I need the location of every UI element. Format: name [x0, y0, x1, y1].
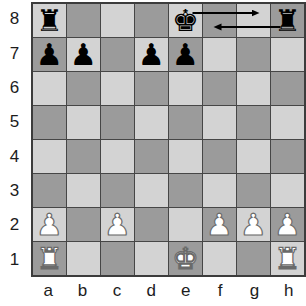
square-h6[interactable]	[271, 72, 304, 105]
square-e1[interactable]: ♚	[169, 242, 202, 275]
piece-white-rook[interactable]: ♜	[36, 242, 63, 275]
file-label-c: c	[100, 277, 134, 305]
square-d4[interactable]	[135, 140, 168, 173]
piece-white-pawn[interactable]: ♟	[274, 208, 301, 241]
square-h2[interactable]: ♟	[271, 208, 304, 241]
square-d1[interactable]	[135, 242, 168, 275]
piece-black-pawn[interactable]: ♟	[36, 38, 63, 71]
file-labels: abcdefgh	[31, 277, 306, 305]
square-b2[interactable]	[67, 208, 100, 241]
file-label-g: g	[237, 277, 271, 305]
piece-white-pawn[interactable]: ♟	[240, 208, 267, 241]
square-a5[interactable]	[33, 106, 66, 139]
square-a4[interactable]	[33, 140, 66, 173]
rank-label-2: 2	[0, 208, 29, 242]
piece-white-king[interactable]: ♚	[172, 242, 199, 275]
rank-label-1: 1	[0, 243, 29, 277]
square-g5[interactable]	[237, 106, 270, 139]
piece-white-rook[interactable]: ♜	[274, 242, 301, 275]
piece-black-pawn[interactable]: ♟	[70, 38, 97, 71]
file-label-d: d	[134, 277, 168, 305]
square-a7[interactable]: ♟	[33, 38, 66, 71]
square-f7[interactable]	[203, 38, 236, 71]
square-g7[interactable]	[237, 38, 270, 71]
square-c7[interactable]	[101, 38, 134, 71]
file-label-a: a	[31, 277, 65, 305]
square-h7[interactable]	[271, 38, 304, 71]
square-e3[interactable]	[169, 174, 202, 207]
square-b3[interactable]	[67, 174, 100, 207]
file-label-e: e	[169, 277, 203, 305]
square-e7[interactable]: ♟	[169, 38, 202, 71]
square-f3[interactable]	[203, 174, 236, 207]
rank-labels: 87654321	[0, 2, 29, 277]
square-f6[interactable]	[203, 72, 236, 105]
square-a3[interactable]	[33, 174, 66, 207]
square-b8[interactable]	[67, 4, 100, 37]
square-e8[interactable]: ♚	[169, 4, 202, 37]
chess-diagram: 87654321 ♜♚♜♟♟♟♟♟♟♟♟♟♜♚♜ abcdefgh	[0, 0, 306, 306]
square-d7[interactable]: ♟	[135, 38, 168, 71]
rank-label-3: 3	[0, 174, 29, 208]
square-d2[interactable]	[135, 208, 168, 241]
square-b1[interactable]	[67, 242, 100, 275]
square-a1[interactable]: ♜	[33, 242, 66, 275]
square-c2[interactable]: ♟	[101, 208, 134, 241]
square-a8[interactable]: ♜	[33, 4, 66, 37]
square-g4[interactable]	[237, 140, 270, 173]
rank-label-6: 6	[0, 71, 29, 105]
square-c3[interactable]	[101, 174, 134, 207]
piece-white-pawn[interactable]: ♟	[104, 208, 131, 241]
square-g3[interactable]	[237, 174, 270, 207]
square-b6[interactable]	[67, 72, 100, 105]
square-b7[interactable]: ♟	[67, 38, 100, 71]
square-f2[interactable]: ♟	[203, 208, 236, 241]
square-e6[interactable]	[169, 72, 202, 105]
square-b5[interactable]	[67, 106, 100, 139]
rank-label-4: 4	[0, 140, 29, 174]
rank-label-5: 5	[0, 105, 29, 139]
square-g6[interactable]	[237, 72, 270, 105]
piece-white-pawn[interactable]: ♟	[36, 208, 63, 241]
square-h8[interactable]: ♜	[271, 4, 304, 37]
piece-black-pawn[interactable]: ♟	[138, 38, 165, 71]
square-a6[interactable]	[33, 72, 66, 105]
square-f4[interactable]	[203, 140, 236, 173]
piece-black-rook[interactable]: ♜	[274, 4, 301, 37]
square-a2[interactable]: ♟	[33, 208, 66, 241]
square-c6[interactable]	[101, 72, 134, 105]
piece-white-pawn[interactable]: ♟	[206, 208, 233, 241]
rank-label-7: 7	[0, 36, 29, 70]
square-c5[interactable]	[101, 106, 134, 139]
square-f5[interactable]	[203, 106, 236, 139]
square-d5[interactable]	[135, 106, 168, 139]
piece-black-pawn[interactable]: ♟	[172, 38, 199, 71]
square-h3[interactable]	[271, 174, 304, 207]
square-d8[interactable]	[135, 4, 168, 37]
square-g8[interactable]	[237, 4, 270, 37]
square-d3[interactable]	[135, 174, 168, 207]
square-h5[interactable]	[271, 106, 304, 139]
square-g1[interactable]	[237, 242, 270, 275]
square-b4[interactable]	[67, 140, 100, 173]
square-h4[interactable]	[271, 140, 304, 173]
file-label-b: b	[65, 277, 99, 305]
piece-black-rook[interactable]: ♜	[36, 4, 63, 37]
rank-label-8: 8	[0, 2, 29, 36]
square-h1[interactable]: ♜	[271, 242, 304, 275]
file-label-f: f	[203, 277, 237, 305]
square-e5[interactable]	[169, 106, 202, 139]
square-f8[interactable]	[203, 4, 236, 37]
square-c8[interactable]	[101, 4, 134, 37]
square-g2[interactable]: ♟	[237, 208, 270, 241]
square-e2[interactable]	[169, 208, 202, 241]
square-f1[interactable]	[203, 242, 236, 275]
square-c4[interactable]	[101, 140, 134, 173]
file-label-h: h	[272, 277, 306, 305]
square-c1[interactable]	[101, 242, 134, 275]
square-e4[interactable]	[169, 140, 202, 173]
chess-board: ♜♚♜♟♟♟♟♟♟♟♟♟♜♚♜	[31, 2, 306, 277]
square-d6[interactable]	[135, 72, 168, 105]
piece-black-king[interactable]: ♚	[172, 4, 199, 37]
